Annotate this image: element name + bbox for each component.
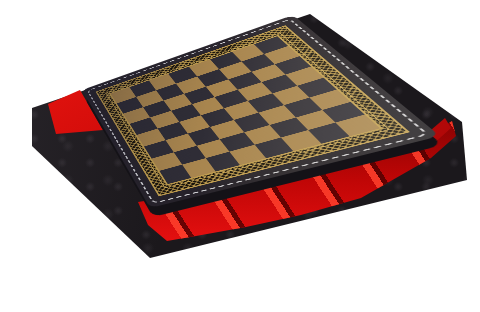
product-photo-scene [0,0,480,312]
